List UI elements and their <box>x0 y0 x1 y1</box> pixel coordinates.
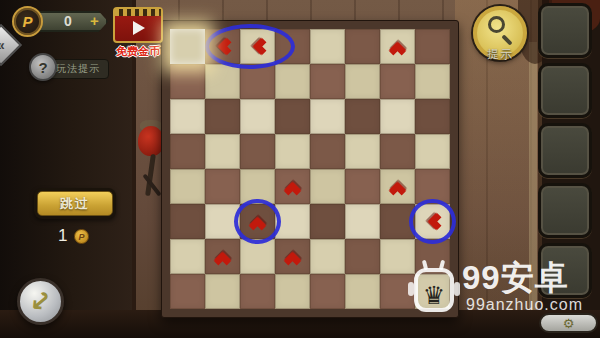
skip-button-face: 跳过 <box>37 191 113 216</box>
arrow-left-icon <box>217 37 235 55</box>
skip-cost-coin-icon: P <box>74 229 89 244</box>
inventory-slot[interactable] <box>538 123 592 178</box>
gear-icon: ⚙ <box>563 317 575 330</box>
hint-button[interactable]: 提示 <box>473 6 527 60</box>
magnifier-icon <box>488 16 505 33</box>
board-cell[interactable] <box>415 134 450 169</box>
board-cell[interactable] <box>275 204 310 239</box>
board-cell[interactable] <box>205 274 240 309</box>
board-cell[interactable] <box>310 169 345 204</box>
question-mark-icon: ? <box>29 53 57 81</box>
watermark-title: 99安卓 <box>462 256 569 301</box>
board-cell[interactable] <box>380 99 415 134</box>
board-cell[interactable] <box>240 29 275 64</box>
arrow-up-icon <box>388 41 406 59</box>
coin-count-value: 0 <box>56 13 80 29</box>
board-cell[interactable] <box>415 169 450 204</box>
board-cell[interactable] <box>345 64 380 99</box>
board-cell[interactable] <box>275 64 310 99</box>
board-cell[interactable] <box>380 29 415 64</box>
board-cell[interactable] <box>205 169 240 204</box>
board-cell[interactable] <box>170 239 205 274</box>
board-grid <box>170 29 450 309</box>
board-cell-highlighted[interactable] <box>170 29 205 64</box>
board-cell[interactable] <box>310 29 345 64</box>
arrow-up-icon <box>283 181 301 199</box>
board-cell[interactable] <box>380 64 415 99</box>
board-cell[interactable] <box>275 239 310 274</box>
chess-queen-icon: ♛ <box>423 283 445 308</box>
board-cell[interactable] <box>170 169 205 204</box>
play-triangle-icon <box>133 21 145 35</box>
board-cell[interactable] <box>310 274 345 309</box>
board-cell[interactable] <box>205 239 240 274</box>
board-cell[interactable] <box>415 99 450 134</box>
board-cell[interactable] <box>345 274 380 309</box>
free-gold-button[interactable]: 免费金币 <box>111 7 165 59</box>
video-ad-icon <box>113 7 163 43</box>
settings-bar[interactable]: ⚙ <box>539 313 598 333</box>
board-cell[interactable] <box>310 134 345 169</box>
board-cell[interactable] <box>240 134 275 169</box>
board-cell[interactable] <box>415 29 450 64</box>
board-cell[interactable] <box>240 99 275 134</box>
board-cell[interactable] <box>240 204 275 239</box>
board-cell[interactable] <box>205 99 240 134</box>
board-cell[interactable] <box>275 274 310 309</box>
board-cell[interactable] <box>310 99 345 134</box>
inventory-panel <box>538 3 592 298</box>
board-cell[interactable] <box>170 64 205 99</box>
board-cell[interactable] <box>170 99 205 134</box>
board-cell[interactable] <box>345 29 380 64</box>
board-cell[interactable] <box>275 29 310 64</box>
board-cell[interactable] <box>345 204 380 239</box>
p-coin-icon: P <box>12 6 43 37</box>
board-cell[interactable] <box>310 64 345 99</box>
board-cell[interactable] <box>345 239 380 274</box>
arrow-up-icon <box>213 251 231 269</box>
arrow-left-icon <box>427 212 445 230</box>
inventory-slot[interactable] <box>538 3 592 58</box>
board-cell[interactable] <box>345 134 380 169</box>
coin-counter[interactable]: 0 + P <box>12 6 108 38</box>
inventory-slot[interactable] <box>538 63 592 118</box>
board-cell[interactable] <box>310 239 345 274</box>
board-cell[interactable] <box>415 64 450 99</box>
board-cell[interactable] <box>275 99 310 134</box>
skip-cost-value: 1 <box>58 226 67 246</box>
arrow-left-icon <box>252 37 270 55</box>
hint-label: 提示 <box>473 46 527 63</box>
arrow-up-icon <box>283 251 301 269</box>
add-coins-button[interactable]: + <box>90 12 99 29</box>
how-to-play-button[interactable]: 玩法提示 ? <box>29 53 109 83</box>
double-chevron-icon: « <box>0 37 5 53</box>
board-cell[interactable] <box>205 29 240 64</box>
marquee-strip <box>115 9 161 16</box>
board-cell[interactable] <box>240 274 275 309</box>
game-screen: 0 + P « 玩法提示 ? 免费金币 提示 跳过 1 P ↩ ⚙ <box>0 0 600 338</box>
board-cell[interactable] <box>240 239 275 274</box>
free-gold-label: 免费金币 <box>111 44 165 59</box>
board-cell[interactable] <box>170 274 205 309</box>
board-cell[interactable] <box>240 64 275 99</box>
skip-cost: 1 P <box>58 226 98 246</box>
board-cell[interactable] <box>275 134 310 169</box>
board-cell[interactable] <box>345 99 380 134</box>
arrow-up-icon <box>248 216 266 234</box>
arrow-up-icon <box>388 181 406 199</box>
board-cell[interactable] <box>170 134 205 169</box>
board-cell[interactable] <box>345 169 380 204</box>
undo-button[interactable]: ↩ <box>17 278 64 325</box>
board-cell[interactable] <box>240 169 275 204</box>
watermark-robot-icon: ♛ <box>410 260 458 316</box>
board-cell[interactable] <box>380 134 415 169</box>
undo-arrow-icon: ↩ <box>22 283 59 321</box>
board-cell[interactable] <box>310 204 345 239</box>
board-cell[interactable] <box>275 169 310 204</box>
board-cell[interactable] <box>380 169 415 204</box>
board-cell[interactable] <box>170 204 205 239</box>
watermark-url: 99anzhuo.com <box>466 296 583 314</box>
inventory-slot[interactable] <box>538 183 592 238</box>
board-cell[interactable] <box>415 204 450 239</box>
board-cell[interactable] <box>205 134 240 169</box>
board-cell[interactable] <box>205 64 240 99</box>
board-cell[interactable] <box>380 204 415 239</box>
skip-button[interactable]: 跳过 <box>34 188 116 219</box>
board-cell[interactable] <box>205 204 240 239</box>
